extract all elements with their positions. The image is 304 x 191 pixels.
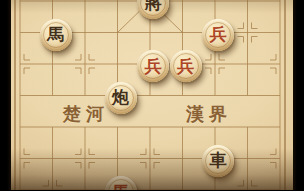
piece-black-chariot[interactable]: 車 (202, 145, 234, 177)
piece-glyph: 馬 (47, 26, 64, 43)
piece-red-soldier-3[interactable]: 兵 (170, 50, 202, 82)
xiangqi-game-screen: 楚河 漢界 將馬兵兵兵炮車馬 (0, 0, 304, 190)
piece-glyph: 兵 (210, 26, 227, 43)
xiangqi-board[interactable]: 楚河 漢界 將馬兵兵兵炮車馬 (0, 0, 304, 190)
river-label-chu-he: 楚河 (63, 104, 109, 124)
piece-black-horse[interactable]: 馬 (40, 19, 72, 51)
piece-black-cannon[interactable]: 炮 (105, 82, 137, 114)
piece-glyph: 將 (145, 0, 162, 12)
piece-glyph: 兵 (177, 58, 194, 75)
piece-glyph: 炮 (112, 89, 129, 106)
piece-glyph: 兵 (145, 58, 162, 75)
left-letterbox-bar (0, 0, 11, 190)
piece-red-soldier-1[interactable]: 兵 (202, 19, 234, 51)
piece-glyph: 馬 (112, 184, 129, 191)
piece-glyph: 車 (210, 152, 227, 169)
right-letterbox-bar (293, 0, 304, 190)
piece-red-soldier-2[interactable]: 兵 (137, 50, 169, 82)
river-label-han-jie: 漢界 (186, 104, 232, 124)
